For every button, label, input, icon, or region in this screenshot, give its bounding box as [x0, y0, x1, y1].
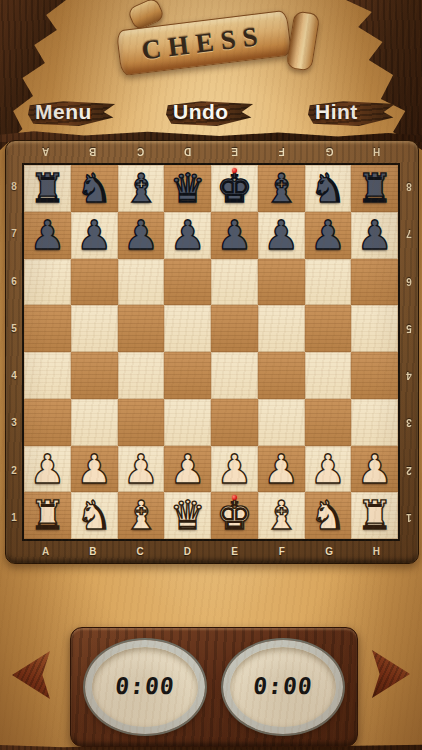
- square-d6[interactable]: [164, 259, 211, 306]
- square-g1[interactable]: ♞: [305, 492, 352, 539]
- square-d7[interactable]: ♟: [164, 212, 211, 259]
- coordinate-label: 4: [400, 352, 418, 399]
- black-knight: ♞: [305, 165, 352, 212]
- square-e4[interactable]: [211, 352, 258, 399]
- square-g3[interactable]: [305, 399, 352, 446]
- square-c1[interactable]: ♝: [118, 492, 165, 539]
- square-b7[interactable]: ♟: [71, 212, 118, 259]
- black-pawn: ♟: [258, 212, 305, 259]
- square-g4[interactable]: [305, 352, 352, 399]
- coordinate-label: B: [69, 541, 116, 562]
- square-c5[interactable]: [118, 305, 165, 352]
- black-pawn: ♟: [71, 212, 118, 259]
- coordinate-label: 7: [6, 210, 22, 257]
- black-bishop: ♝: [258, 165, 305, 212]
- next-move-arrow-icon[interactable]: [372, 650, 410, 698]
- square-c4[interactable]: [118, 352, 165, 399]
- black-clock-time: 0:00: [229, 673, 338, 699]
- coordinate-label: 3: [6, 399, 22, 446]
- square-a8[interactable]: ♜: [24, 165, 71, 212]
- coordinate-label: C: [117, 541, 164, 562]
- square-e3[interactable]: [211, 399, 258, 446]
- rank-labels-left: 87654321: [6, 163, 22, 541]
- square-h8[interactable]: ♜: [351, 165, 398, 212]
- square-d5[interactable]: [164, 305, 211, 352]
- coordinate-label: 5: [400, 305, 418, 352]
- white-knight: ♞: [305, 492, 352, 539]
- black-pawn: ♟: [305, 212, 352, 259]
- square-e8[interactable]: ♚: [211, 165, 258, 212]
- title-banner: CHESS: [108, 4, 314, 74]
- coordinate-label: G: [306, 141, 353, 162]
- square-a2[interactable]: ♟: [24, 446, 71, 493]
- white-pawn: ♟: [305, 446, 352, 493]
- chess-board-frame: ABCDEFGH ABCDEFGH 87654321 87654321 ♜♞♝♛…: [5, 140, 419, 564]
- white-pawn: ♟: [24, 446, 71, 493]
- black-bishop: ♝: [118, 165, 165, 212]
- square-e6[interactable]: [211, 259, 258, 306]
- square-a4[interactable]: [24, 352, 71, 399]
- square-b2[interactable]: ♟: [71, 446, 118, 493]
- square-a3[interactable]: [24, 399, 71, 446]
- square-h4[interactable]: [351, 352, 398, 399]
- chess-board: ♜♞♝♛♚♝♞♜♟♟♟♟♟♟♟♟♟♟♟♟♟♟♟♟♜♞♝♛♚♝♞♜: [22, 163, 400, 541]
- hint-button-label: Hint: [315, 100, 358, 124]
- coordinate-label: D: [164, 141, 211, 162]
- king-jewel-icon: [232, 168, 237, 173]
- square-a1[interactable]: ♜: [24, 492, 71, 539]
- square-b8[interactable]: ♞: [71, 165, 118, 212]
- black-rook: ♜: [24, 165, 71, 212]
- square-d4[interactable]: [164, 352, 211, 399]
- white-clock: 0:00: [85, 640, 205, 734]
- black-pawn: ♟: [24, 212, 71, 259]
- coordinate-label: E: [211, 541, 258, 562]
- square-c7[interactable]: ♟: [118, 212, 165, 259]
- white-bishop: ♝: [118, 492, 165, 539]
- square-f6[interactable]: [258, 259, 305, 306]
- coordinate-label: A: [22, 141, 69, 162]
- square-g2[interactable]: ♟: [305, 446, 352, 493]
- square-f8[interactable]: ♝: [258, 165, 305, 212]
- black-knight: ♞: [71, 165, 118, 212]
- square-c2[interactable]: ♟: [118, 446, 165, 493]
- square-d8[interactable]: ♛: [164, 165, 211, 212]
- black-clock: 0:00: [223, 640, 343, 734]
- black-pawn: ♟: [351, 212, 398, 259]
- white-pawn: ♟: [71, 446, 118, 493]
- menu-button[interactable]: Menu: [28, 97, 116, 129]
- square-c8[interactable]: ♝: [118, 165, 165, 212]
- square-b1[interactable]: ♞: [71, 492, 118, 539]
- coordinate-label: H: [353, 141, 400, 162]
- square-b5[interactable]: [71, 305, 118, 352]
- coordinate-label: 2: [6, 447, 22, 494]
- square-h7[interactable]: ♟: [351, 212, 398, 259]
- white-queen: ♛: [164, 492, 211, 539]
- coordinate-label: C: [117, 141, 164, 162]
- coordinate-label: 8: [400, 163, 418, 210]
- white-bishop: ♝: [258, 492, 305, 539]
- square-f1[interactable]: ♝: [258, 492, 305, 539]
- coordinate-label: A: [22, 541, 69, 562]
- rank-labels-right: 87654321: [400, 163, 418, 541]
- coordinate-label: 1: [400, 494, 418, 541]
- square-g5[interactable]: [305, 305, 352, 352]
- black-rook: ♜: [351, 165, 398, 212]
- coordinate-label: D: [164, 541, 211, 562]
- coordinate-label: 5: [6, 305, 22, 352]
- undo-button-label: Undo: [173, 100, 229, 124]
- white-knight: ♞: [71, 492, 118, 539]
- white-pawn: ♟: [164, 446, 211, 493]
- square-h6[interactable]: [351, 259, 398, 306]
- white-rook: ♜: [351, 492, 398, 539]
- black-queen: ♛: [164, 165, 211, 212]
- square-b3[interactable]: [71, 399, 118, 446]
- black-pawn: ♟: [164, 212, 211, 259]
- square-b6[interactable]: [71, 259, 118, 306]
- white-rook: ♜: [24, 492, 71, 539]
- coordinate-label: 1: [6, 494, 22, 541]
- coordinate-label: 2: [400, 447, 418, 494]
- square-e7[interactable]: ♟: [211, 212, 258, 259]
- undo-button[interactable]: Undo: [166, 97, 254, 129]
- square-e1[interactable]: ♚: [211, 492, 258, 539]
- black-pawn: ♟: [211, 212, 258, 259]
- square-e5[interactable]: [211, 305, 258, 352]
- coordinate-label: 7: [400, 210, 418, 257]
- square-e2[interactable]: ♟: [211, 446, 258, 493]
- square-h3[interactable]: [351, 399, 398, 446]
- square-g7[interactable]: ♟: [305, 212, 352, 259]
- square-a5[interactable]: [24, 305, 71, 352]
- coordinate-label: 3: [400, 399, 418, 446]
- coordinate-label: F: [258, 541, 305, 562]
- square-b4[interactable]: [71, 352, 118, 399]
- white-pawn: ♟: [258, 446, 305, 493]
- square-f2[interactable]: ♟: [258, 446, 305, 493]
- previous-move-arrow-icon[interactable]: [12, 651, 50, 699]
- square-d3[interactable]: [164, 399, 211, 446]
- square-h1[interactable]: ♜: [351, 492, 398, 539]
- square-a7[interactable]: ♟: [24, 212, 71, 259]
- square-a6[interactable]: [24, 259, 71, 306]
- coordinate-label: E: [211, 141, 258, 162]
- square-f3[interactable]: [258, 399, 305, 446]
- scroll-roll-right: [286, 10, 321, 71]
- white-pawn: ♟: [351, 446, 398, 493]
- square-d1[interactable]: ♛: [164, 492, 211, 539]
- coordinate-label: 8: [6, 163, 22, 210]
- square-d2[interactable]: ♟: [164, 446, 211, 493]
- chess-clock-panel: 0:00 0:00: [70, 627, 358, 747]
- coordinate-label: B: [69, 141, 116, 162]
- file-labels-bottom: ABCDEFGH: [22, 541, 400, 562]
- square-f7[interactable]: ♟: [258, 212, 305, 259]
- coordinate-label: G: [306, 541, 353, 562]
- square-g6[interactable]: [305, 259, 352, 306]
- hint-button[interactable]: Hint: [308, 97, 396, 129]
- coordinate-label: 4: [6, 352, 22, 399]
- square-f5[interactable]: [258, 305, 305, 352]
- coordinate-label: 6: [400, 258, 418, 305]
- square-f4[interactable]: [258, 352, 305, 399]
- black-pawn: ♟: [118, 212, 165, 259]
- square-g8[interactable]: ♞: [305, 165, 352, 212]
- square-h2[interactable]: ♟: [351, 446, 398, 493]
- square-h5[interactable]: [351, 305, 398, 352]
- coordinate-label: F: [258, 141, 305, 162]
- white-pawn: ♟: [118, 446, 165, 493]
- square-c3[interactable]: [118, 399, 165, 446]
- file-labels-top: ABCDEFGH: [22, 141, 400, 162]
- coordinate-label: 6: [6, 258, 22, 305]
- menu-button-label: Menu: [35, 100, 92, 124]
- square-c6[interactable]: [118, 259, 165, 306]
- coordinate-label: H: [353, 541, 400, 562]
- white-pawn: ♟: [211, 446, 258, 493]
- white-clock-time: 0:00: [91, 673, 200, 699]
